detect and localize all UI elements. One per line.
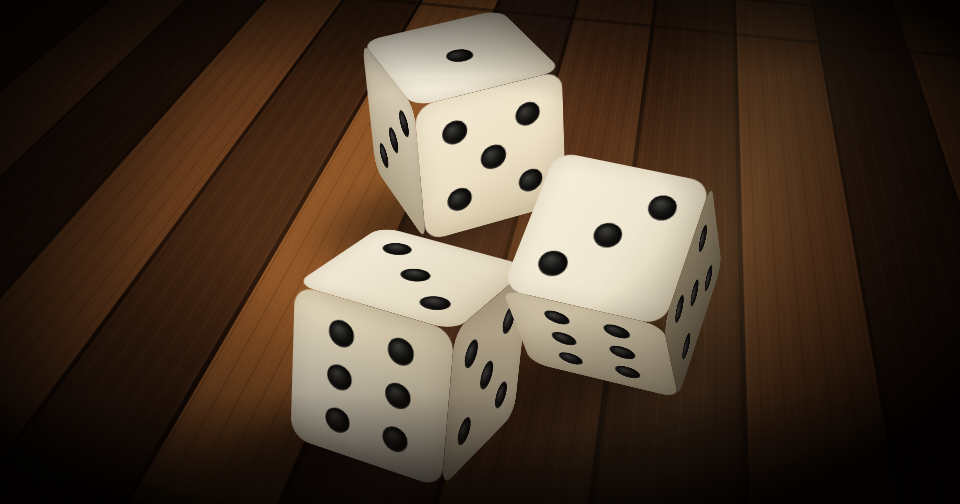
pip [690, 275, 700, 312]
pip [614, 364, 641, 381]
pip [602, 322, 631, 340]
pip [456, 412, 471, 450]
pip [325, 404, 350, 436]
pip [608, 344, 636, 361]
pip [550, 330, 578, 347]
pip [463, 335, 479, 374]
die-3-cube [530, 218, 701, 329]
pip [327, 361, 352, 393]
pip [674, 290, 685, 328]
pip [557, 350, 585, 367]
pip [480, 142, 506, 171]
pip [442, 47, 476, 64]
pip [535, 248, 571, 278]
pip [518, 166, 543, 194]
pip [479, 357, 494, 395]
pip [414, 294, 455, 313]
pip [644, 193, 679, 222]
pip [398, 106, 409, 141]
pip [382, 423, 408, 455]
die-1-cube [387, 39, 535, 204]
pip [388, 123, 399, 157]
pip [379, 139, 389, 172]
die-2-cube [333, 254, 494, 449]
pip [542, 308, 571, 326]
pip [681, 328, 691, 364]
photo-stage [0, 0, 960, 504]
pip [494, 377, 508, 413]
pip [395, 266, 435, 284]
pip [441, 118, 468, 148]
pip [388, 335, 415, 369]
pip [590, 221, 626, 251]
pip [515, 99, 540, 128]
pip [385, 380, 412, 413]
pip [328, 317, 354, 350]
pip [698, 220, 708, 257]
pip [704, 260, 713, 295]
pip [378, 241, 417, 258]
pip [446, 185, 472, 214]
